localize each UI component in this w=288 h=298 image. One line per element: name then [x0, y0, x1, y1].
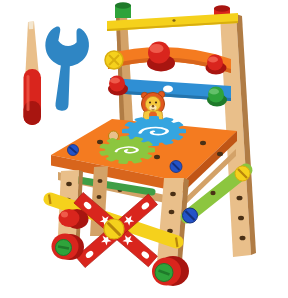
- rail-end-slot: [49, 195, 51, 205]
- toy-screwdriver: [24, 22, 42, 126]
- yellow-center-bolt: [104, 219, 124, 239]
- screwdriver-tip: [28, 22, 33, 30]
- peg-hole: [170, 192, 176, 196]
- wheel-bolt-left: [52, 234, 85, 261]
- screwdriver-handle-shade: [24, 101, 42, 125]
- toy-wrench: [40, 26, 91, 113]
- blue-bolt: [183, 208, 198, 223]
- slat-hole: [163, 85, 173, 92]
- peg-hole: [217, 152, 223, 156]
- top-bar: [107, 2, 238, 31]
- bolt-top: [209, 89, 219, 95]
- toy-chair-scene: [0, 0, 288, 298]
- bolt-top: [61, 212, 68, 218]
- blue-bolt: [170, 161, 182, 173]
- photo-canvas: Wooden multifunctional assembly nut chai…: [0, 0, 288, 298]
- peg-hole: [97, 195, 102, 199]
- back-post-left: [116, 15, 133, 123]
- bolt-top: [115, 2, 131, 8]
- peg-hole: [97, 140, 103, 144]
- lion-nose: [152, 105, 154, 107]
- bolt-head: [59, 209, 80, 227]
- screwdriver-handle-highlight: [27, 75, 30, 111]
- bolt-top: [214, 5, 230, 11]
- lion-eye: [149, 101, 151, 103]
- green-bolt: [115, 2, 131, 18]
- bolt-top: [208, 57, 218, 63]
- bar-hole: [172, 19, 175, 21]
- peg-hole: [154, 155, 160, 159]
- peg-hole: [98, 179, 103, 183]
- wrench-body: [40, 26, 91, 113]
- yellow-bolt: [235, 166, 250, 181]
- peg-hole: [210, 191, 215, 195]
- bolt-top: [150, 44, 164, 53]
- wheel-bolt-right: [152, 256, 189, 286]
- lion-eye: [155, 101, 157, 103]
- peg-hole: [66, 182, 72, 186]
- peg-hole: [169, 210, 175, 214]
- blue-bolt: [68, 145, 79, 156]
- rail-end-slot: [176, 238, 178, 248]
- peg-hole: [240, 236, 246, 241]
- bolt-top: [110, 78, 120, 84]
- yellow-bolt: [105, 51, 123, 69]
- peg-hole: [238, 216, 244, 221]
- peg-hole: [200, 141, 206, 145]
- peg-hole: [237, 196, 243, 201]
